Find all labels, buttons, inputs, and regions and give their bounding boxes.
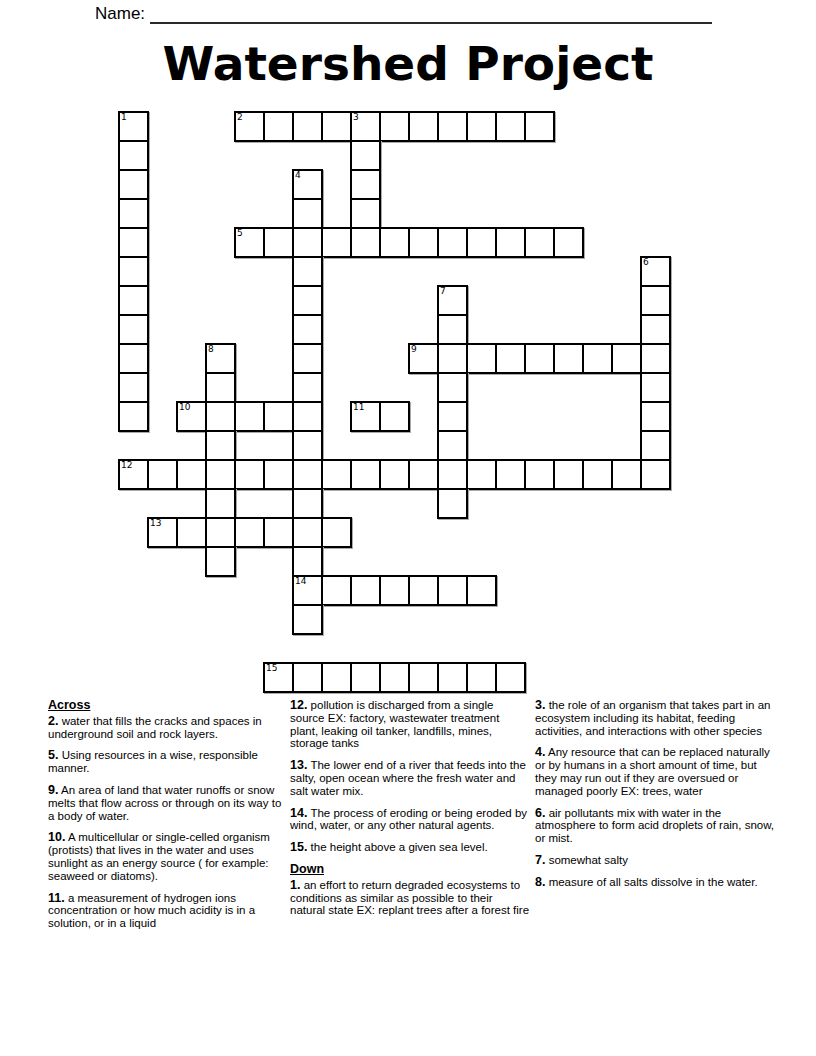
grid-cell-r9c11[interactable]	[437, 372, 468, 403]
grid-cell-r4c12[interactable]	[466, 227, 497, 258]
grid-cell-r0c7[interactable]	[321, 111, 352, 142]
clue-label-8: 8.	[535, 875, 545, 889]
grid-cell-r11c11[interactable]	[437, 430, 468, 461]
grid-cell-r10c9[interactable]	[379, 401, 410, 432]
across-clue-14: 14. The process of eroding or being erod…	[290, 807, 530, 833]
crossword-grid: 123456789101112131415	[118, 111, 673, 695]
grid-cell-r9c3[interactable]	[205, 372, 236, 403]
down-clue-7: 7. somewhat salty	[535, 854, 775, 867]
grid-cell-r19c11[interactable]	[437, 662, 468, 693]
grid-cell-r4c10[interactable]	[408, 227, 439, 258]
grid-cell-r4c4[interactable]: 5	[234, 227, 265, 258]
grid-cell-r12c7[interactable]	[321, 459, 352, 490]
grid-cell-r5c6[interactable]	[292, 256, 323, 287]
across-heading: Across	[48, 699, 285, 712]
down-clue-1: 1. an effort to return degraded ecosyste…	[290, 879, 530, 917]
grid-cell-r14c6[interactable]	[292, 517, 323, 548]
name-blank-line[interactable]	[150, 4, 712, 24]
across-clue-10: 10. A multicellular or single-celled org…	[48, 831, 285, 882]
across-clue-2: 2. water that fills the cracks and space…	[48, 715, 285, 741]
grid-cell-r17c6[interactable]	[292, 604, 323, 635]
grid-cell-r12c14[interactable]	[524, 459, 555, 490]
clue-label-11: 11.	[48, 891, 65, 905]
grid-cell-r12c4[interactable]	[234, 459, 265, 490]
grid-cell-r19c7[interactable]	[321, 662, 352, 693]
grid-cell-r9c0[interactable]	[118, 372, 149, 403]
grid-cell-r0c14[interactable]	[524, 111, 555, 142]
clue-label-14: 14.	[290, 806, 307, 820]
grid-cell-r13c11[interactable]	[437, 488, 468, 519]
grid-cell-r1c8[interactable]	[350, 140, 381, 171]
clue-number-2: 2	[237, 113, 243, 122]
grid-cell-r2c8[interactable]	[350, 169, 381, 200]
grid-cell-r10c0[interactable]	[118, 401, 149, 432]
grid-cell-r11c3[interactable]	[205, 430, 236, 461]
grid-cell-r2c6[interactable]: 4	[292, 169, 323, 200]
grid-cell-r8c6[interactable]	[292, 343, 323, 374]
grid-cell-r5c0[interactable]	[118, 256, 149, 287]
grid-cell-r4c7[interactable]	[321, 227, 352, 258]
grid-cell-r12c18[interactable]	[640, 459, 671, 490]
clue-number-11: 11	[353, 403, 364, 412]
grid-cell-r4c15[interactable]	[553, 227, 584, 258]
grid-cell-r8c3[interactable]: 8	[205, 343, 236, 374]
grid-cell-r8c10[interactable]: 9	[408, 343, 439, 374]
grid-cell-r12c17[interactable]	[611, 459, 642, 490]
grid-cell-r4c5[interactable]	[263, 227, 294, 258]
clue-number-15: 15	[266, 664, 277, 673]
grid-cell-r14c7[interactable]	[321, 517, 352, 548]
grid-cell-r12c10[interactable]	[408, 459, 439, 490]
clue-number-3: 3	[353, 113, 359, 122]
grid-cell-r6c0[interactable]	[118, 285, 149, 316]
grid-cell-r8c14[interactable]	[524, 343, 555, 374]
clue-number-13: 13	[150, 519, 161, 528]
grid-cell-r4c14[interactable]	[524, 227, 555, 258]
grid-cell-r16c9[interactable]	[379, 575, 410, 606]
clue-label-6: 6.	[535, 806, 545, 820]
grid-cell-r12c6[interactable]	[292, 459, 323, 490]
grid-cell-r12c5[interactable]	[263, 459, 294, 490]
grid-cell-r13c3[interactable]	[205, 488, 236, 519]
clue-label-7: 7.	[535, 853, 545, 867]
grid-cell-r14c3[interactable]	[205, 517, 236, 548]
down-clue-6: 6. air pollutants mix with water in the …	[535, 807, 775, 845]
grid-cell-r7c6[interactable]	[292, 314, 323, 345]
clue-number-1: 1	[121, 113, 127, 122]
clue-label-5: 5.	[48, 748, 58, 762]
grid-cell-r4c11[interactable]	[437, 227, 468, 258]
grid-cell-r15c6[interactable]	[292, 546, 323, 577]
clue-label-3: 3.	[535, 698, 545, 712]
grid-cell-r0c11[interactable]	[437, 111, 468, 142]
grid-cell-r12c1[interactable]	[147, 459, 178, 490]
page-title: Watershed Project	[0, 36, 816, 91]
grid-cell-r19c9[interactable]	[379, 662, 410, 693]
grid-cell-r10c4[interactable]	[234, 401, 265, 432]
clue-label-1: 1.	[290, 878, 300, 892]
grid-cell-r16c6[interactable]: 14	[292, 575, 323, 606]
grid-cell-r2c0[interactable]	[118, 169, 149, 200]
grid-cell-r10c18[interactable]	[640, 401, 671, 432]
grid-cell-r12c11[interactable]	[437, 459, 468, 490]
clue-number-9: 9	[411, 345, 417, 354]
down-clue-3: 3. the role of an organism that takes pa…	[535, 699, 775, 737]
clue-label-13: 13.	[290, 758, 307, 772]
grid-cell-r16c11[interactable]	[437, 575, 468, 606]
grid-cell-r6c11[interactable]: 7	[437, 285, 468, 316]
grid-cell-r11c6[interactable]	[292, 430, 323, 461]
grid-cell-r14c5[interactable]	[263, 517, 294, 548]
clue-label-9: 9.	[48, 783, 58, 797]
grid-cell-r3c8[interactable]	[350, 198, 381, 229]
grid-cell-r16c10[interactable]	[408, 575, 439, 606]
name-row: Name:	[95, 4, 712, 24]
grid-cell-r3c0[interactable]	[118, 198, 149, 229]
grid-cell-r16c12[interactable]	[466, 575, 497, 606]
grid-cell-r19c5[interactable]: 15	[263, 662, 294, 693]
across-clue-11: 11. a measurement of hydrogen ions conce…	[48, 892, 285, 930]
grid-cell-r12c3[interactable]	[205, 459, 236, 490]
grid-cell-r16c7[interactable]	[321, 575, 352, 606]
across-clue-15: 15. the height above a given sea level.	[290, 841, 530, 854]
grid-cell-r16c8[interactable]	[350, 575, 381, 606]
down-heading: Down	[290, 863, 530, 876]
grid-cell-r8c18[interactable]	[640, 343, 671, 374]
clue-label-2: 2.	[48, 714, 58, 728]
clues-column-1: Across2. water that fills the cracks and…	[48, 699, 285, 939]
grid-cell-r8c16[interactable]	[582, 343, 613, 374]
grid-cell-r0c8[interactable]: 3	[350, 111, 381, 142]
grid-cell-r8c13[interactable]	[495, 343, 526, 374]
grid-cell-r19c12[interactable]	[466, 662, 497, 693]
clue-number-12: 12	[121, 461, 132, 470]
grid-cell-r19c13[interactable]	[495, 662, 526, 693]
grid-cell-r8c15[interactable]	[553, 343, 584, 374]
grid-cell-r19c10[interactable]	[408, 662, 439, 693]
grid-cell-r4c9[interactable]	[379, 227, 410, 258]
grid-cell-r7c18[interactable]	[640, 314, 671, 345]
grid-cell-r14c2[interactable]	[176, 517, 207, 548]
grid-cell-r15c3[interactable]	[205, 546, 236, 577]
grid-cell-r4c0[interactable]	[118, 227, 149, 258]
grid-cell-r14c1[interactable]: 13	[147, 517, 178, 548]
grid-cell-r12c16[interactable]	[582, 459, 613, 490]
clue-label-15: 15.	[290, 840, 307, 854]
clue-number-10: 10	[179, 403, 190, 412]
grid-cell-r12c15[interactable]	[553, 459, 584, 490]
down-clue-8: 8. measure of all salts dissolve in the …	[535, 876, 775, 889]
grid-cell-r4c8[interactable]	[350, 227, 381, 258]
clue-number-14: 14	[295, 577, 306, 586]
grid-cell-r13c6[interactable]	[292, 488, 323, 519]
clue-label-4: 4.	[535, 745, 545, 759]
grid-cell-r10c6[interactable]	[292, 401, 323, 432]
grid-cell-r0c13[interactable]	[495, 111, 526, 142]
grid-cell-r0c10[interactable]	[408, 111, 439, 142]
down-clue-4: 4. Any resource that can be replaced nat…	[535, 746, 775, 797]
across-clue-12: 12. pollution is discharged from a singl…	[290, 699, 530, 750]
grid-cell-r11c18[interactable]	[640, 430, 671, 461]
grid-cell-r5c18[interactable]: 6	[640, 256, 671, 287]
worksheet-page: { "page": { "name_label": "Name:", "titl…	[0, 0, 816, 1056]
grid-cell-r12c2[interactable]	[176, 459, 207, 490]
grid-cell-r4c13[interactable]	[495, 227, 526, 258]
grid-cell-r0c12[interactable]	[466, 111, 497, 142]
grid-cell-r0c0[interactable]: 1	[118, 111, 149, 142]
grid-cell-r12c0[interactable]: 12	[118, 459, 149, 490]
across-clue-5: 5. Using resources in a wise, responsibl…	[48, 749, 285, 775]
clue-number-6: 6	[643, 258, 649, 267]
grid-cell-r7c0[interactable]	[118, 314, 149, 345]
clues-column-3: 3. the role of an organism that takes pa…	[535, 699, 775, 898]
clue-number-5: 5	[237, 229, 243, 238]
grid-cell-r10c11[interactable]	[437, 401, 468, 432]
grid-cell-r10c2[interactable]: 10	[176, 401, 207, 432]
grid-cell-r6c18[interactable]	[640, 285, 671, 316]
grid-cell-r8c11[interactable]	[437, 343, 468, 374]
grid-cell-r1c0[interactable]	[118, 140, 149, 171]
grid-cell-r6c6[interactable]	[292, 285, 323, 316]
grid-cell-r3c6[interactable]	[292, 198, 323, 229]
grid-cell-r8c17[interactable]	[611, 343, 642, 374]
name-label: Name:	[95, 4, 145, 24]
grid-cell-r0c5[interactable]	[263, 111, 294, 142]
grid-cell-r8c0[interactable]	[118, 343, 149, 374]
grid-cell-r19c6[interactable]	[292, 662, 323, 693]
grid-cell-r12c13[interactable]	[495, 459, 526, 490]
grid-cell-r10c8[interactable]: 11	[350, 401, 381, 432]
grid-cell-r9c18[interactable]	[640, 372, 671, 403]
across-clue-9: 9. An area of land that water runoffs or…	[48, 784, 285, 822]
clue-label-12: 12.	[290, 698, 307, 712]
across-clue-13: 13. The lower end of a river that feeds …	[290, 759, 530, 797]
grid-cell-r12c8[interactable]	[350, 459, 381, 490]
clue-number-4: 4	[295, 171, 301, 180]
clues-column-2: 12. pollution is discharged from a singl…	[290, 699, 530, 926]
grid-cell-r10c5[interactable]	[263, 401, 294, 432]
grid-cell-r7c11[interactable]	[437, 314, 468, 345]
grid-cell-r10c3[interactable]	[205, 401, 236, 432]
grid-cell-r0c4[interactable]: 2	[234, 111, 265, 142]
clue-number-8: 8	[208, 345, 214, 354]
grid-cell-r12c9[interactable]	[379, 459, 410, 490]
grid-cell-r19c8[interactable]	[350, 662, 381, 693]
grid-cell-r4c6[interactable]	[292, 227, 323, 258]
grid-cell-r0c6[interactable]	[292, 111, 323, 142]
clue-label-10: 10.	[48, 830, 65, 844]
grid-cell-r12c12[interactable]	[466, 459, 497, 490]
clue-number-7: 7	[440, 287, 446, 296]
grid-cell-r9c6[interactable]	[292, 372, 323, 403]
grid-cell-r8c12[interactable]	[466, 343, 497, 374]
grid-cell-r14c4[interactable]	[234, 517, 265, 548]
grid-cell-r0c9[interactable]	[379, 111, 410, 142]
